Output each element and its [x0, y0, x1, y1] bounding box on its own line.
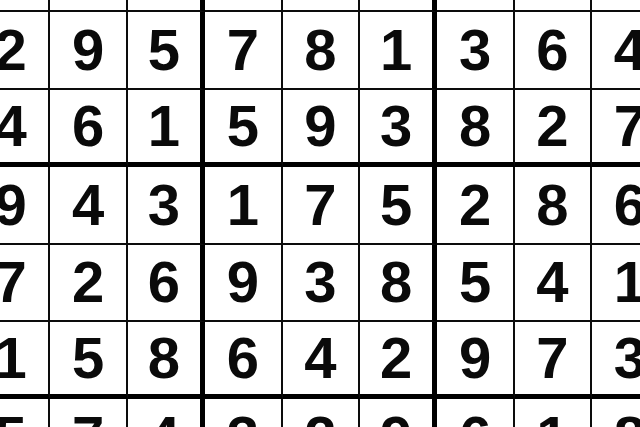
sudoku-cell-r1c9	[592, 0, 640, 12]
sudoku-cell-r4c1: 9	[0, 167, 50, 244]
sudoku-cell-r6c5: 4	[283, 322, 360, 399]
sudoku-cell-r4c9: 6	[592, 167, 640, 244]
sudoku-cell-r1c5	[283, 0, 360, 12]
sudoku-cell-r3c7: 8	[437, 90, 514, 167]
sudoku-cell-r3c5: 9	[283, 90, 360, 167]
sudoku-cell-r3c2: 6	[50, 90, 127, 167]
sudoku-cell-r1c6	[360, 0, 437, 12]
sudoku-cell-r5c7: 5	[437, 245, 514, 322]
sudoku-cell-r2c7: 3	[437, 12, 514, 89]
sudoku-cell-r6c4: 6	[205, 322, 282, 399]
sudoku-cell-r5c4: 9	[205, 245, 282, 322]
sudoku-cell-r6c2: 5	[50, 322, 127, 399]
sudoku-cell-r3c1: 4	[0, 90, 50, 167]
sudoku-cell-r1c4	[205, 0, 282, 12]
sudoku-cell-r5c2: 2	[50, 245, 127, 322]
sudoku-cell-r1c3	[128, 0, 205, 12]
sudoku-cell-r5c1: 7	[0, 245, 50, 322]
sudoku-cell-r5c9: 1	[592, 245, 640, 322]
sudoku-cell-r7c5: 2	[283, 399, 360, 427]
sudoku-cell-r6c6: 2	[360, 322, 437, 399]
sudoku-cell-r6c7: 9	[437, 322, 514, 399]
sudoku-cell-r7c8: 1	[515, 399, 592, 427]
sudoku-cell-r2c5: 8	[283, 12, 360, 89]
sudoku-cell-r5c3: 6	[128, 245, 205, 322]
sudoku-cell-r4c3: 3	[128, 167, 205, 244]
sudoku-cell-r7c6: 9	[360, 399, 437, 427]
sudoku-cell-r6c1: 1	[0, 322, 50, 399]
sudoku-cell-r2c6: 1	[360, 12, 437, 89]
sudoku-cell-r6c8: 7	[515, 322, 592, 399]
sudoku-cell-r3c8: 2	[515, 90, 592, 167]
sudoku-cell-r2c3: 5	[128, 12, 205, 89]
sudoku-cell-r2c4: 7	[205, 12, 282, 89]
sudoku-cell-r2c9: 4	[592, 12, 640, 89]
sudoku-cell-r4c4: 1	[205, 167, 282, 244]
sudoku-cell-r3c6: 3	[360, 90, 437, 167]
sudoku-cell-r4c6: 5	[360, 167, 437, 244]
sudoku-cell-r5c6: 8	[360, 245, 437, 322]
sudoku-cell-r1c8	[515, 0, 592, 12]
sudoku-cell-r2c1: 2	[0, 12, 50, 89]
sudoku-cell-r1c1	[0, 0, 50, 12]
sudoku-board: 2957813644615938279431752867269385411586…	[0, 0, 640, 427]
sudoku-cell-r3c3: 1	[128, 90, 205, 167]
sudoku-cell-r6c9: 3	[592, 322, 640, 399]
sudoku-viewport: 2957813644615938279431752867269385411586…	[0, 0, 640, 427]
sudoku-cell-r2c8: 6	[515, 12, 592, 89]
sudoku-cell-r3c4: 5	[205, 90, 282, 167]
sudoku-cell-r5c5: 3	[283, 245, 360, 322]
sudoku-cell-r7c9: 8	[592, 399, 640, 427]
sudoku-cell-r1c7	[437, 0, 514, 12]
sudoku-cell-r1c2	[50, 0, 127, 12]
sudoku-cell-r7c7: 6	[437, 399, 514, 427]
sudoku-cell-r6c3: 8	[128, 322, 205, 399]
sudoku-cell-r7c4: 3	[205, 399, 282, 427]
sudoku-cell-r4c2: 4	[50, 167, 127, 244]
sudoku-cell-r7c1: 5	[0, 399, 50, 427]
sudoku-cell-r4c7: 2	[437, 167, 514, 244]
sudoku-cell-r5c8: 4	[515, 245, 592, 322]
sudoku-cell-r2c2: 9	[50, 12, 127, 89]
sudoku-cell-r4c5: 7	[283, 167, 360, 244]
sudoku-cell-r7c2: 7	[50, 399, 127, 427]
sudoku-cell-r4c8: 8	[515, 167, 592, 244]
sudoku-cell-r7c3: 4	[128, 399, 205, 427]
sudoku-cell-r3c9: 7	[592, 90, 640, 167]
